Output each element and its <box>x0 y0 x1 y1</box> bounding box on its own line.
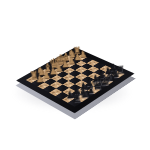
black-rook: ♜ <box>116 65 126 76</box>
chess-board: ♜♞♝♛♚♝♞♜♟♟♟♟♟♟♟♟♟♟♟♟♟♟♟♟♜♞♝♛♚♝♞♜ <box>16 47 134 113</box>
board-frame: ♜♞♝♛♚♝♞♜♟♟♟♟♟♟♟♟♟♟♟♟♟♟♟♟♜♞♝♛♚♝♞♜ <box>16 47 134 113</box>
square: ♜ <box>112 71 124 78</box>
square <box>87 66 99 73</box>
chess-set-product-photo: ♜♞♝♛♚♝♞♜♟♟♟♟♟♟♟♟♟♟♟♟♟♟♟♟♜♞♝♛♚♝♞♜ <box>0 0 150 150</box>
scene: ♜♞♝♛♚♝♞♜♟♟♟♟♟♟♟♟♟♟♟♟♟♟♟♟♜♞♝♛♚♝♞♜ <box>0 0 150 150</box>
